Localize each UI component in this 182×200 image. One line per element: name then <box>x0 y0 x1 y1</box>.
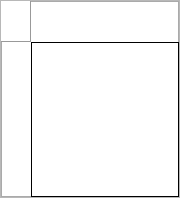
nonogram-puzzle <box>1 1 179 197</box>
corner-blank <box>1 1 31 42</box>
puzzle-grid <box>31 42 179 197</box>
column-clues-area <box>31 1 179 42</box>
nonogram-widget <box>0 0 180 198</box>
row-clues-area <box>1 42 31 197</box>
